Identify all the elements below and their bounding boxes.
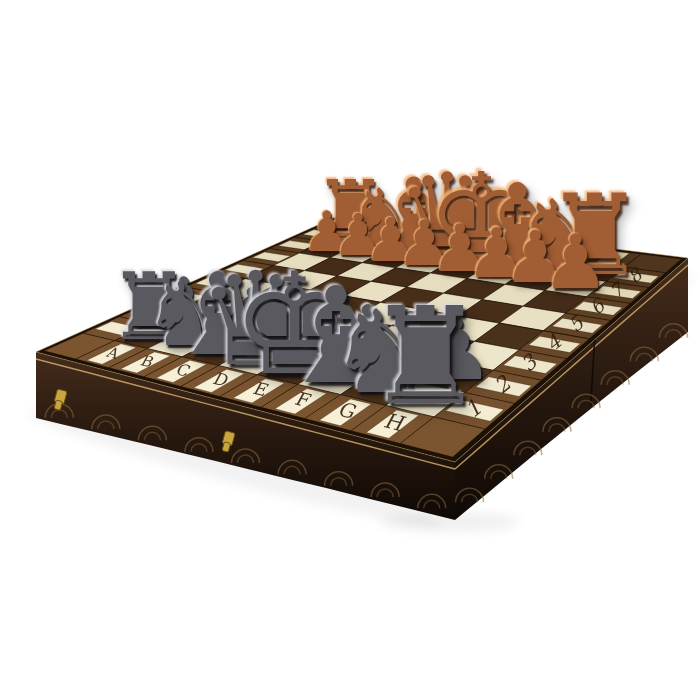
chess-board: ABCDEFGH87654321	[0, 0, 700, 700]
chess-set-photo: ABCDEFGH87654321 ♜♞♝♛♚♝♞♜♟♟♟♟♟♟♟♟♟♟♟♟♟♟♟…	[0, 0, 700, 700]
